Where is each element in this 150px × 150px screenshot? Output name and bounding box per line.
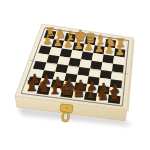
square-r3c6 (101, 62, 113, 71)
piece-natural-pawn: ♟ (105, 43, 115, 56)
piece-natural-pawn: ♟ (94, 42, 104, 55)
product-photo: ♜♞♝♚♛♝♞♜♟♟♟♟♟♟♟♟♟♟♟♟♟♟♟♟♜♞♝♚♛♝♞♜ (0, 0, 150, 150)
piece-natural-pawn: ♟ (53, 36, 63, 49)
square-r3c4 (79, 59, 91, 68)
square-r3c5 (90, 61, 102, 70)
piece-brown-rook: ♜ (108, 88, 121, 104)
piece-natural-pawn: ♟ (43, 34, 53, 47)
chess-photo-svg: ♜♞♝♚♛♝♞♜♟♟♟♟♟♟♟♟♟♟♟♟♟♟♟♟♜♞♝♚♛♝♞♜ (0, 0, 150, 150)
square-r3c3 (68, 58, 81, 67)
square-r3c7 (112, 64, 124, 73)
piece-natural-pawn: ♟ (63, 37, 73, 50)
piece-natural-pawn: ♟ (115, 45, 125, 58)
piece-natural-pawn: ♟ (74, 39, 84, 52)
square-r3c2 (57, 56, 70, 65)
piece-natural-pawn: ♟ (84, 40, 94, 53)
